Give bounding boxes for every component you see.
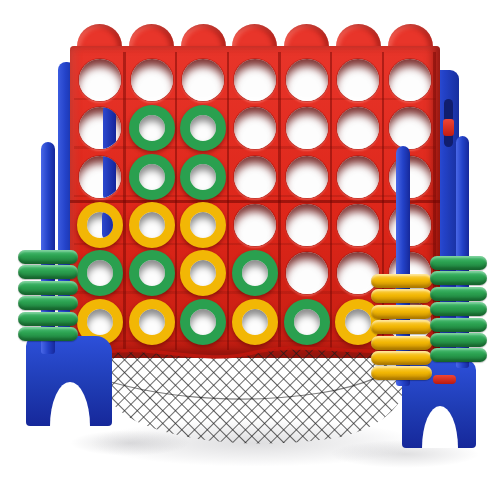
right-green-ring-stack	[430, 256, 487, 364]
green-ring-piece	[129, 105, 175, 151]
empty-hole	[286, 59, 328, 101]
green-ring-piece	[77, 250, 123, 296]
yellow-spare-ring	[371, 336, 432, 350]
storage-pole-behind-hole	[102, 210, 115, 240]
cell-c5r6[interactable]	[281, 298, 333, 346]
green-ring-piece	[129, 154, 175, 200]
yellow-ring-piece	[232, 299, 278, 345]
green-spare-ring	[430, 256, 487, 270]
empty-hole	[234, 156, 276, 198]
board-scallop	[77, 24, 122, 47]
green-ring-piece	[129, 250, 175, 296]
green-ring-piece	[180, 105, 226, 151]
green-spare-ring	[430, 271, 487, 285]
cell-c5r1[interactable]	[281, 56, 333, 104]
cell-c2r1[interactable]	[126, 56, 178, 104]
green-spare-ring	[430, 302, 487, 316]
cell-c2r3[interactable]	[126, 153, 178, 201]
cell-c3r1[interactable]	[177, 56, 229, 104]
green-spare-ring	[18, 281, 78, 295]
yellow-spare-ring	[371, 305, 432, 319]
green-spare-ring	[18, 265, 78, 279]
board-scallop	[129, 24, 174, 47]
cell-c3r2[interactable]	[177, 104, 229, 152]
green-spare-ring	[430, 287, 487, 301]
cell-c3r5[interactable]	[177, 249, 229, 297]
cell-c4r3[interactable]	[229, 153, 281, 201]
empty-hole	[286, 204, 328, 246]
cell-c4r1[interactable]	[229, 56, 281, 104]
cell-c3r4[interactable]	[177, 201, 229, 249]
empty-hole	[389, 59, 431, 101]
empty-hole	[79, 156, 121, 198]
green-ring-piece	[232, 250, 278, 296]
empty-hole	[234, 107, 276, 149]
red-lever	[433, 375, 456, 384]
board-scallop	[336, 24, 381, 47]
green-spare-ring	[18, 327, 78, 341]
storage-pole-behind-hole	[103, 156, 116, 198]
cell-c4r6[interactable]	[229, 298, 281, 346]
cell-c1r1[interactable]	[74, 56, 126, 104]
yellow-ring-piece	[180, 202, 226, 248]
yellow-spare-ring	[371, 289, 432, 303]
cell-c4r5[interactable]	[229, 249, 281, 297]
cell-c7r1[interactable]	[384, 56, 436, 104]
yellow-ring-piece	[129, 202, 175, 248]
cell-c5r3[interactable]	[281, 153, 333, 201]
cell-c7r2[interactable]	[384, 104, 436, 152]
left-green-ring-stack	[18, 250, 78, 342]
board-scallop	[388, 24, 433, 47]
cell-c2r2[interactable]	[126, 104, 178, 152]
cell-c2r5[interactable]	[126, 249, 178, 297]
cell-c5r4[interactable]	[281, 201, 333, 249]
cell-c4r4[interactable]	[229, 201, 281, 249]
cell-c2r6[interactable]	[126, 298, 178, 346]
cell-c7r3[interactable]	[384, 153, 436, 201]
board-scallop	[181, 24, 226, 47]
board-scallop	[284, 24, 329, 47]
right-leg-arch-cutout	[422, 406, 458, 448]
cell-c4r2[interactable]	[229, 104, 281, 152]
cell-c1r5[interactable]	[74, 249, 126, 297]
red-release-slider	[443, 119, 454, 136]
green-ring-piece	[180, 299, 226, 345]
empty-hole	[286, 107, 328, 149]
empty-hole	[234, 204, 276, 246]
empty-hole	[234, 59, 276, 101]
cell-c5r5[interactable]	[281, 249, 333, 297]
board-scallops	[74, 24, 436, 47]
cell-c3r3[interactable]	[177, 153, 229, 201]
yellow-ring-piece	[129, 299, 175, 345]
board-scallop	[232, 24, 277, 47]
left-leg	[26, 336, 112, 426]
cell-c1r3[interactable]	[74, 153, 126, 201]
cell-c7r4[interactable]	[384, 201, 436, 249]
empty-hole	[337, 107, 379, 149]
left-leg-arch-cutout	[50, 382, 90, 426]
cell-c1r4[interactable]	[74, 201, 126, 249]
yellow-ring-piece	[180, 250, 226, 296]
yellow-spare-ring	[371, 274, 432, 288]
green-spare-ring	[18, 296, 78, 310]
empty-hole	[79, 59, 121, 101]
empty-hole	[337, 59, 379, 101]
cell-c6r4[interactable]	[333, 201, 385, 249]
empty-hole	[389, 107, 431, 149]
cell-c6r2[interactable]	[333, 104, 385, 152]
cell-c6r3[interactable]	[333, 153, 385, 201]
yellow-spare-ring	[371, 366, 432, 380]
yellow-spare-ring	[371, 320, 432, 334]
cell-c5r2[interactable]	[281, 104, 333, 152]
empty-hole	[337, 204, 379, 246]
green-spare-ring	[430, 348, 487, 362]
empty-hole	[337, 156, 379, 198]
green-ring-piece	[284, 299, 330, 345]
empty-hole	[79, 107, 121, 149]
right-yellow-ring-stack	[371, 274, 432, 382]
yellow-spare-ring	[371, 351, 432, 365]
empty-hole	[286, 156, 328, 198]
green-spare-ring	[430, 318, 487, 332]
cell-c1r2[interactable]	[74, 104, 126, 152]
green-ring-piece	[180, 154, 226, 200]
cell-c6r1[interactable]	[333, 56, 385, 104]
net-mesh	[94, 348, 412, 444]
cell-c3r6[interactable]	[177, 298, 229, 346]
product-photo-scene	[0, 0, 500, 500]
empty-hole	[131, 59, 173, 101]
green-spare-ring	[18, 312, 78, 326]
green-spare-ring	[430, 333, 487, 347]
storage-pole-behind-hole	[103, 107, 116, 149]
yellow-ring-piece	[77, 202, 123, 248]
empty-hole	[286, 252, 328, 294]
green-spare-ring	[18, 250, 78, 264]
empty-hole	[182, 59, 224, 101]
cell-c2r4[interactable]	[126, 201, 178, 249]
